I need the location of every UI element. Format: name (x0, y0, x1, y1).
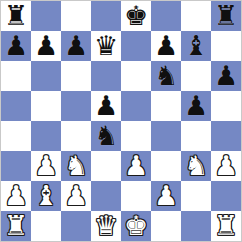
square-e4[interactable] (121, 121, 151, 151)
square-d6[interactable] (91, 61, 121, 91)
square-d4[interactable]: ♞ (91, 121, 121, 151)
square-b8[interactable] (31, 1, 61, 31)
square-f4[interactable] (151, 121, 181, 151)
square-a6[interactable] (1, 61, 31, 91)
white-king[interactable]: ♚ (124, 211, 148, 241)
square-d2[interactable] (91, 181, 121, 211)
square-f5[interactable] (151, 91, 181, 121)
square-c6[interactable] (61, 61, 91, 91)
black-pawn[interactable]: ♟ (4, 31, 28, 61)
square-c3[interactable]: ♞ (61, 151, 91, 181)
square-e5[interactable] (121, 91, 151, 121)
square-b4[interactable] (31, 121, 61, 151)
square-b5[interactable] (31, 91, 61, 121)
white-pawn[interactable]: ♟ (4, 181, 28, 211)
square-h7[interactable] (211, 31, 241, 61)
square-g6[interactable] (181, 61, 211, 91)
square-b3[interactable]: ♟ (31, 151, 61, 181)
square-e3[interactable]: ♟ (121, 151, 151, 181)
square-c7[interactable]: ♟ (61, 31, 91, 61)
black-rook[interactable]: ♜ (214, 1, 238, 31)
white-pawn[interactable]: ♟ (64, 181, 88, 211)
black-knight[interactable]: ♞ (94, 121, 118, 151)
square-e2[interactable] (121, 181, 151, 211)
black-knight[interactable]: ♞ (154, 61, 178, 91)
square-e1[interactable]: ♚ (121, 211, 151, 241)
chess-board-grid: ♜♚♜♟♟♟♛♟♝♞♟♟♟♞♟♞♟♞♟♟♝♟♟♜♛♚♜ (1, 1, 241, 241)
square-b1[interactable] (31, 211, 61, 241)
square-f6[interactable]: ♞ (151, 61, 181, 91)
white-rook[interactable]: ♜ (214, 211, 238, 241)
square-f8[interactable] (151, 1, 181, 31)
white-knight[interactable]: ♞ (64, 151, 88, 181)
black-pawn[interactable]: ♟ (64, 31, 88, 61)
square-f3[interactable] (151, 151, 181, 181)
square-d7[interactable]: ♛ (91, 31, 121, 61)
square-c5[interactable] (61, 91, 91, 121)
square-a4[interactable] (1, 121, 31, 151)
square-g3[interactable]: ♞ (181, 151, 211, 181)
square-c2[interactable]: ♟ (61, 181, 91, 211)
square-h2[interactable] (211, 181, 241, 211)
black-pawn[interactable]: ♟ (94, 91, 118, 121)
square-g4[interactable] (181, 121, 211, 151)
white-pawn[interactable]: ♟ (154, 181, 178, 211)
square-b7[interactable]: ♟ (31, 31, 61, 61)
black-rook[interactable]: ♜ (4, 1, 28, 31)
white-pawn[interactable]: ♟ (34, 151, 58, 181)
square-g5[interactable]: ♟ (181, 91, 211, 121)
black-pawn[interactable]: ♟ (184, 91, 208, 121)
square-e8[interactable]: ♚ (121, 1, 151, 31)
square-g1[interactable] (181, 211, 211, 241)
square-b6[interactable] (31, 61, 61, 91)
square-e6[interactable] (121, 61, 151, 91)
square-h3[interactable]: ♟ (211, 151, 241, 181)
square-h6[interactable]: ♟ (211, 61, 241, 91)
white-queen[interactable]: ♛ (94, 211, 118, 241)
square-a7[interactable]: ♟ (1, 31, 31, 61)
square-h1[interactable]: ♜ (211, 211, 241, 241)
black-bishop[interactable]: ♝ (184, 31, 208, 61)
square-f2[interactable]: ♟ (151, 181, 181, 211)
black-pawn[interactable]: ♟ (154, 31, 178, 61)
white-pawn[interactable]: ♟ (124, 151, 148, 181)
square-d8[interactable] (91, 1, 121, 31)
square-d1[interactable]: ♛ (91, 211, 121, 241)
chess-board: ♜♚♜♟♟♟♛♟♝♞♟♟♟♞♟♞♟♞♟♟♝♟♟♜♛♚♜ (0, 0, 242, 242)
square-g2[interactable] (181, 181, 211, 211)
square-a5[interactable] (1, 91, 31, 121)
square-f1[interactable] (151, 211, 181, 241)
black-pawn[interactable]: ♟ (214, 61, 238, 91)
white-knight[interactable]: ♞ (184, 151, 208, 181)
square-h4[interactable] (211, 121, 241, 151)
square-f7[interactable]: ♟ (151, 31, 181, 61)
white-bishop[interactable]: ♝ (34, 181, 58, 211)
black-king[interactable]: ♚ (124, 1, 148, 31)
white-rook[interactable]: ♜ (4, 211, 28, 241)
square-g8[interactable] (181, 1, 211, 31)
square-c4[interactable] (61, 121, 91, 151)
square-d5[interactable]: ♟ (91, 91, 121, 121)
square-d3[interactable] (91, 151, 121, 181)
black-queen[interactable]: ♛ (94, 31, 118, 61)
square-a3[interactable] (1, 151, 31, 181)
white-pawn[interactable]: ♟ (214, 151, 238, 181)
square-e7[interactable] (121, 31, 151, 61)
square-a2[interactable]: ♟ (1, 181, 31, 211)
black-pawn[interactable]: ♟ (34, 31, 58, 61)
square-c8[interactable] (61, 1, 91, 31)
square-b2[interactable]: ♝ (31, 181, 61, 211)
square-c1[interactable] (61, 211, 91, 241)
square-g7[interactable]: ♝ (181, 31, 211, 61)
square-a1[interactable]: ♜ (1, 211, 31, 241)
square-h5[interactable] (211, 91, 241, 121)
square-h8[interactable]: ♜ (211, 1, 241, 31)
square-a8[interactable]: ♜ (1, 1, 31, 31)
